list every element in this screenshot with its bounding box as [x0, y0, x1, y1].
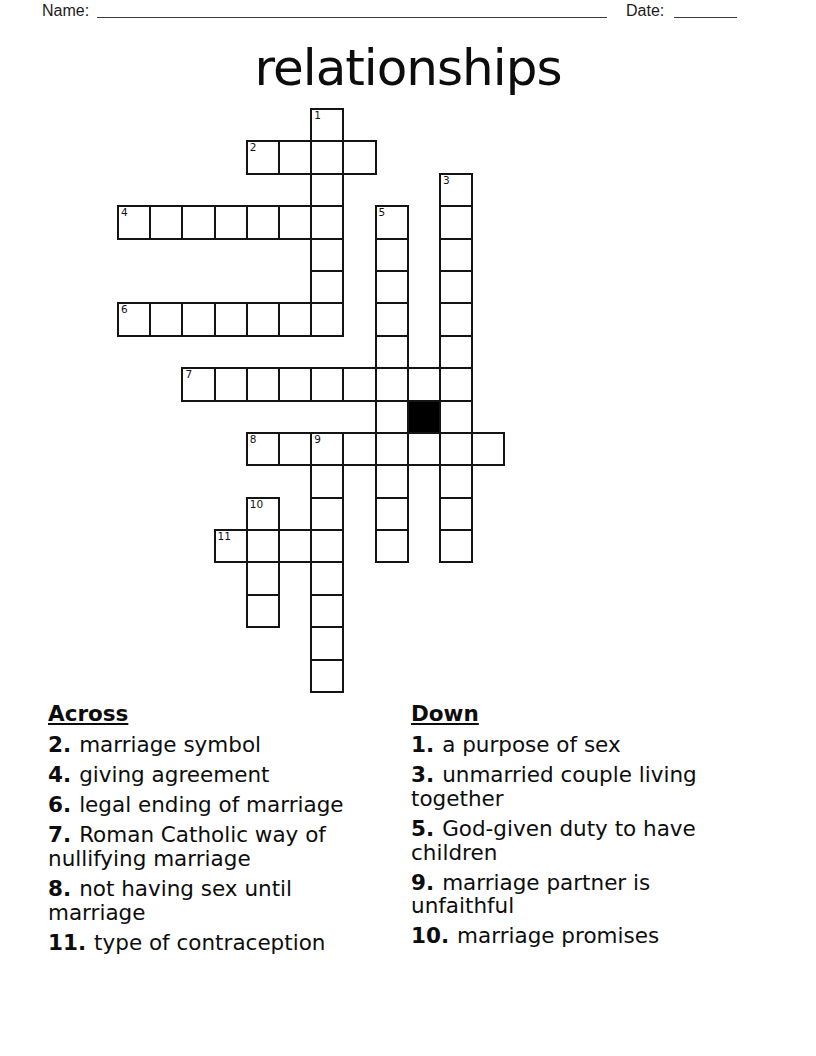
grid-cell-r10-c8[interactable] — [375, 432, 409, 466]
grid-cell-r8-c8[interactable] — [375, 367, 409, 401]
grid-cell-r10-c7[interactable] — [342, 432, 376, 466]
grid-cell-r13-c6[interactable] — [310, 529, 344, 563]
grid-cell-r17-c6[interactable] — [310, 659, 344, 693]
clue-down-3-text: unmarried couple living together — [411, 762, 697, 811]
grid-cell-r5-c8[interactable] — [375, 270, 409, 304]
clue-across-8: 8.not having sex until marriage — [48, 877, 393, 925]
clue-down-1: 1.a purpose of sex — [411, 733, 721, 757]
grid-cell-r13-c10[interactable] — [439, 529, 473, 563]
clue-number-2: 2 — [250, 142, 257, 153]
grid-cell-r1-c6[interactable] — [310, 140, 344, 174]
grid-cell-r8-c4[interactable] — [246, 367, 280, 401]
crossword-worksheet-page: { "game": "crossword", "page": { "name_l… — [0, 0, 816, 1056]
name-label: Name: — [42, 1, 89, 20]
grid-cell-r1-c5[interactable] — [278, 140, 312, 174]
clue-down-9-number: 9. — [411, 870, 434, 895]
clue-number-9: 9 — [314, 434, 321, 445]
grid-cell-r3-c6[interactable] — [310, 205, 344, 239]
clue-down-9: 9.marriage partner is unfaithful — [411, 871, 721, 919]
clue-down-5: 5.God-given duty to have children — [411, 817, 721, 865]
crossword-grid: 1234567891011 — [118, 109, 504, 692]
date-label: Date: — [626, 1, 664, 20]
grid-cell-r4-c10[interactable] — [439, 238, 473, 272]
clue-number-8: 8 — [250, 434, 257, 445]
grid-cell-r13-c3[interactable]: 11 — [214, 529, 248, 563]
grid-cell-r13-c5[interactable] — [278, 529, 312, 563]
clue-across-2: 2.marriage symbol — [48, 733, 393, 757]
across-clues-section: Across 2.marriage symbol 4.giving agreem… — [48, 702, 393, 961]
grid-cell-r3-c5[interactable] — [278, 205, 312, 239]
grid-cell-r13-c8[interactable] — [375, 529, 409, 563]
blocked-cell-r9-c9 — [407, 400, 441, 434]
grid-cell-r11-c6[interactable] — [310, 464, 344, 498]
grid-cell-r15-c4[interactable] — [246, 594, 280, 628]
clue-number-1: 1 — [314, 110, 321, 121]
clue-number-5: 5 — [379, 207, 386, 218]
grid-cell-r4-c6[interactable] — [310, 238, 344, 272]
clue-across-4-number: 4. — [48, 762, 71, 787]
grid-cell-r12-c6[interactable] — [310, 497, 344, 531]
date-blank-line[interactable] — [674, 0, 737, 18]
clue-across-2-text: marriage symbol — [79, 732, 261, 757]
grid-cell-r14-c6[interactable] — [310, 561, 344, 595]
grid-cell-r8-c6[interactable] — [310, 367, 344, 401]
clue-across-8-number: 8. — [48, 876, 71, 901]
clue-down-10: 10.marriage promises — [411, 924, 721, 948]
grid-cell-r7-c10[interactable] — [439, 335, 473, 369]
grid-cell-r2-c10[interactable]: 3 — [439, 173, 473, 207]
grid-cell-r11-c10[interactable] — [439, 464, 473, 498]
down-clues-section: Down 1.a purpose of sex 3.unmarried coup… — [411, 702, 721, 954]
grid-cell-r8-c7[interactable] — [342, 367, 376, 401]
grid-cell-r8-c10[interactable] — [439, 367, 473, 401]
clue-across-4: 4.giving agreement — [48, 763, 393, 787]
grid-cell-r6-c1[interactable] — [149, 302, 183, 336]
grid-cell-r6-c10[interactable] — [439, 302, 473, 336]
grid-cell-r6-c0[interactable]: 6 — [117, 302, 151, 336]
clue-down-5-text: God-given duty to have children — [411, 816, 696, 865]
grid-cell-r10-c10[interactable] — [439, 432, 473, 466]
grid-cell-r0-c6[interactable]: 1 — [310, 108, 344, 142]
grid-cell-r3-c8[interactable]: 5 — [375, 205, 409, 239]
clue-across-4-text: giving agreement — [79, 762, 269, 787]
grid-cell-r2-c6[interactable] — [310, 173, 344, 207]
clue-number-4: 4 — [121, 207, 128, 218]
clue-number-3: 3 — [443, 175, 450, 186]
clue-down-1-number: 1. — [411, 732, 434, 757]
grid-cell-r15-c6[interactable] — [310, 594, 344, 628]
clue-across-11: 11.type of contraception — [48, 931, 393, 955]
grid-cell-r3-c0[interactable]: 4 — [117, 205, 151, 239]
grid-cell-r6-c6[interactable] — [310, 302, 344, 336]
grid-cell-r14-c4[interactable] — [246, 561, 280, 595]
clue-down-9-text: marriage partner is unfaithful — [411, 870, 650, 919]
grid-cell-r1-c7[interactable] — [342, 140, 376, 174]
grid-cell-r4-c8[interactable] — [375, 238, 409, 272]
clue-across-6-text: legal ending of marriage — [79, 792, 343, 817]
grid-cell-r6-c3[interactable] — [214, 302, 248, 336]
grid-cell-r6-c8[interactable] — [375, 302, 409, 336]
grid-cell-r10-c4[interactable]: 8 — [246, 432, 280, 466]
grid-cell-r7-c8[interactable] — [375, 335, 409, 369]
grid-cell-r8-c3[interactable] — [214, 367, 248, 401]
clue-number-7: 7 — [185, 369, 192, 380]
grid-cell-r11-c8[interactable] — [375, 464, 409, 498]
clue-number-10: 10 — [250, 499, 263, 510]
grid-cell-r3-c1[interactable] — [149, 205, 183, 239]
grid-cell-r5-c6[interactable] — [310, 270, 344, 304]
grid-cell-r3-c4[interactable] — [246, 205, 280, 239]
clue-across-6-number: 6. — [48, 792, 71, 817]
grid-cell-r1-c4[interactable]: 2 — [246, 140, 280, 174]
clue-across-7-number: 7. — [48, 822, 71, 847]
grid-cell-r8-c2[interactable]: 7 — [181, 367, 215, 401]
grid-cell-r10-c11[interactable] — [471, 432, 505, 466]
clue-down-3-number: 3. — [411, 762, 434, 787]
grid-cell-r12-c10[interactable] — [439, 497, 473, 531]
clue-across-7: 7.Roman Catholic way of nullifying marri… — [48, 823, 393, 871]
grid-cell-r12-c8[interactable] — [375, 497, 409, 531]
clue-across-6: 6.legal ending of marriage — [48, 793, 393, 817]
clue-down-10-number: 10. — [411, 923, 449, 948]
clue-across-7-text: Roman Catholic way of nullifying marriag… — [48, 822, 326, 871]
grid-cell-r9-c8[interactable] — [375, 400, 409, 434]
clue-across-11-number: 11. — [48, 930, 86, 955]
name-blank-line[interactable] — [97, 0, 607, 18]
grid-cell-r16-c6[interactable] — [310, 626, 344, 660]
clue-down-10-text: marriage promises — [457, 923, 659, 948]
grid-cell-r10-c9[interactable] — [407, 432, 441, 466]
grid-cell-r3-c10[interactable] — [439, 205, 473, 239]
grid-cell-r9-c10[interactable] — [439, 400, 473, 434]
clue-across-11-text: type of contraception — [94, 930, 325, 955]
across-heading: Across — [48, 702, 393, 726]
puzzle-title: relationships — [0, 38, 816, 98]
grid-cell-r10-c6[interactable]: 9 — [310, 432, 344, 466]
grid-cell-r8-c9[interactable] — [407, 367, 441, 401]
grid-cell-r10-c5[interactable] — [278, 432, 312, 466]
grid-cell-r12-c4[interactable]: 10 — [246, 497, 280, 531]
clue-across-2-number: 2. — [48, 732, 71, 757]
clue-number-11: 11 — [218, 531, 231, 542]
grid-cell-r6-c2[interactable] — [181, 302, 215, 336]
grid-cell-r6-c5[interactable] — [278, 302, 312, 336]
grid-cell-r13-c4[interactable] — [246, 529, 280, 563]
clue-number-6: 6 — [121, 304, 128, 315]
clue-down-3: 3.unmarried couple living together — [411, 763, 721, 811]
grid-cell-r3-c3[interactable] — [214, 205, 248, 239]
grid-cell-r5-c10[interactable] — [439, 270, 473, 304]
clue-across-8-text: not having sex until marriage — [48, 876, 292, 925]
clue-down-1-text: a purpose of sex — [442, 732, 621, 757]
clue-down-5-number: 5. — [411, 816, 434, 841]
grid-cell-r3-c2[interactable] — [181, 205, 215, 239]
down-heading: Down — [411, 702, 721, 726]
grid-cell-r6-c4[interactable] — [246, 302, 280, 336]
grid-cell-r8-c5[interactable] — [278, 367, 312, 401]
